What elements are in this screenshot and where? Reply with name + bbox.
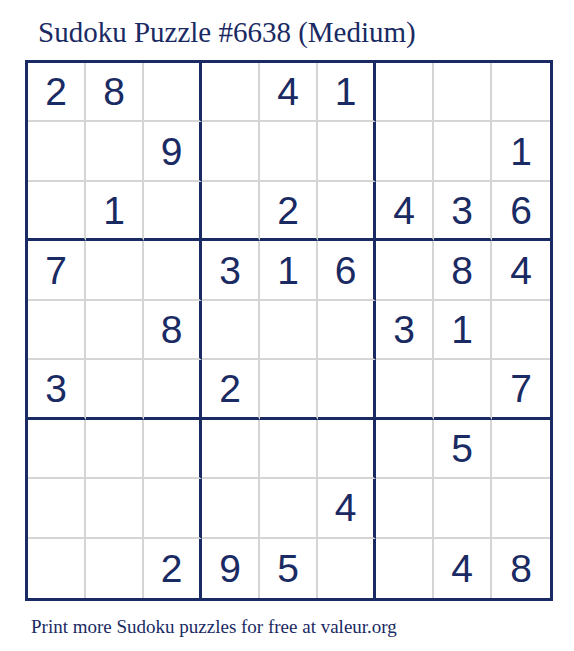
cell-r2c1 [28,122,86,181]
cell-r8c7 [376,479,434,538]
cell-r3c8: 3 [434,182,492,241]
cell-r5c4 [202,301,260,360]
cell-r4c7 [376,241,434,300]
cell-r6c9: 7 [492,360,550,419]
cell-r7c5 [260,420,318,479]
cell-r8c8 [434,479,492,538]
cell-r2c6 [318,122,376,181]
cell-r1c8 [434,63,492,122]
cell-r6c2 [86,360,144,419]
cell-r2c9: 1 [492,122,550,181]
cell-r7c8: 5 [434,420,492,479]
cell-r8c9 [492,479,550,538]
cell-r9c7 [376,539,434,598]
cell-r7c2 [86,420,144,479]
cell-r4c3 [144,241,202,300]
cell-r3c1 [28,182,86,241]
cell-r3c3 [144,182,202,241]
cell-r6c8 [434,360,492,419]
cell-r5c6 [318,301,376,360]
cell-r6c7 [376,360,434,419]
sudoku-board: 284191124367316848313275429548 [25,60,553,601]
cell-r5c8: 1 [434,301,492,360]
cell-r6c6 [318,360,376,419]
cell-r1c4 [202,63,260,122]
cell-r9c6 [318,539,376,598]
cell-r4c4: 3 [202,241,260,300]
cell-r7c3 [144,420,202,479]
cell-r7c6 [318,420,376,479]
cell-r2c7 [376,122,434,181]
cell-r8c6: 4 [318,479,376,538]
cell-r8c5 [260,479,318,538]
cell-r1c1: 2 [28,63,86,122]
footer-text: Print more Sudoku puzzles for free at va… [31,616,397,638]
cell-r9c1 [28,539,86,598]
cell-r6c4: 2 [202,360,260,419]
cell-r9c9: 8 [492,539,550,598]
cell-r3c7: 4 [376,182,434,241]
cell-r6c3 [144,360,202,419]
cell-r9c5: 5 [260,539,318,598]
cell-r5c5 [260,301,318,360]
cell-r6c1: 3 [28,360,86,419]
cell-r6c5 [260,360,318,419]
cell-r9c3: 2 [144,539,202,598]
cell-r3c6 [318,182,376,241]
cell-r2c3: 9 [144,122,202,181]
cell-r4c1: 7 [28,241,86,300]
cell-r3c9: 6 [492,182,550,241]
cell-r2c5 [260,122,318,181]
cell-r5c3: 8 [144,301,202,360]
cell-r4c2 [86,241,144,300]
cell-r2c8 [434,122,492,181]
cell-r3c2: 1 [86,182,144,241]
cell-r1c2: 8 [86,63,144,122]
page-title: Sudoku Puzzle #6638 (Medium) [38,16,416,49]
cell-r3c5: 2 [260,182,318,241]
cell-r4c8: 8 [434,241,492,300]
cell-r2c4 [202,122,260,181]
cell-r8c4 [202,479,260,538]
cell-r1c3 [144,63,202,122]
cell-r7c7 [376,420,434,479]
cell-r1c7 [376,63,434,122]
sudoku-page: Sudoku Puzzle #6638 (Medium) 28419112436… [0,0,574,651]
cell-r4c5: 1 [260,241,318,300]
cell-r1c9 [492,63,550,122]
cell-r4c6: 6 [318,241,376,300]
cell-r4c9: 4 [492,241,550,300]
cell-r5c7: 3 [376,301,434,360]
cell-r2c2 [86,122,144,181]
cell-r7c4 [202,420,260,479]
cell-r9c8: 4 [434,539,492,598]
cell-r9c2 [86,539,144,598]
cell-r8c2 [86,479,144,538]
cell-r8c1 [28,479,86,538]
cell-r7c1 [28,420,86,479]
cell-r3c4 [202,182,260,241]
cell-r1c5: 4 [260,63,318,122]
cell-r5c2 [86,301,144,360]
cell-r5c1 [28,301,86,360]
cell-r1c6: 1 [318,63,376,122]
cell-r9c4: 9 [202,539,260,598]
cell-r5c9 [492,301,550,360]
cell-r8c3 [144,479,202,538]
cell-r7c9 [492,420,550,479]
